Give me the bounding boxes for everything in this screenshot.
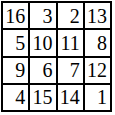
magic-square-board: 16 3 2 13 5 10 11 8 9 6 7 12 4 15 14 1 bbox=[1, 1, 112, 112]
cell-r2c3: 12 bbox=[85, 58, 110, 83]
cell-r2c0: 9 bbox=[3, 58, 28, 83]
cell-r3c0: 4 bbox=[3, 85, 28, 110]
cell-r3c1: 15 bbox=[30, 85, 55, 110]
cell-r0c0: 16 bbox=[3, 3, 28, 28]
cell-r0c2: 2 bbox=[58, 3, 83, 28]
cell-r2c1: 6 bbox=[30, 58, 55, 83]
cell-r1c0: 5 bbox=[3, 30, 28, 55]
cell-r3c2: 14 bbox=[58, 85, 83, 110]
cell-r3c3: 1 bbox=[85, 85, 110, 110]
cell-r2c2: 7 bbox=[58, 58, 83, 83]
cell-r0c1: 3 bbox=[30, 3, 55, 28]
cell-r1c3: 8 bbox=[85, 30, 110, 55]
cell-r1c1: 10 bbox=[30, 30, 55, 55]
cell-r0c3: 13 bbox=[85, 3, 110, 28]
cell-r1c2: 11 bbox=[58, 30, 83, 55]
